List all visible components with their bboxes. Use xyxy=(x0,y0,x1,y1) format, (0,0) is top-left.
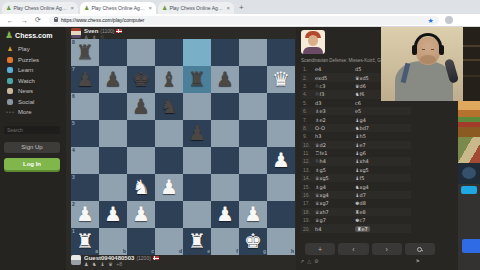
move-number: 7. xyxy=(303,117,315,123)
square-f7[interactable]: ♟ xyxy=(211,66,239,93)
headphone-cup xyxy=(439,45,444,55)
sidebar-item-social[interactable]: Social xyxy=(0,97,66,108)
white-move[interactable]: h4 xyxy=(315,226,355,232)
white-pawn[interactable]: ♟ xyxy=(211,201,239,228)
square-h4[interactable]: ♟ xyxy=(267,147,295,174)
black-rook[interactable]: ♜ xyxy=(183,66,211,93)
tab-close-icon[interactable]: × xyxy=(148,5,152,11)
rank-label: 3 xyxy=(72,175,75,180)
search-input[interactable] xyxy=(4,126,60,134)
move-row-17: 17.♕xg7♚d8 xyxy=(301,199,411,207)
file-label: d xyxy=(179,249,182,254)
black-move[interactable]: e5 xyxy=(355,108,401,114)
sidebar-nav: ♟ Play Puzzles Learn Watch News Socia xyxy=(0,44,66,118)
square-g1[interactable]: g♚ xyxy=(239,228,267,255)
black-move[interactable]: ♞xg4 xyxy=(355,184,401,190)
opening-name: Scandinavian Defense: Mieses-Kotrč, Gubi… xyxy=(301,58,387,63)
black-move[interactable]: ♝g6 xyxy=(355,150,401,156)
square-g3[interactable] xyxy=(239,174,267,201)
square-a7[interactable]: 7♟ xyxy=(71,66,99,93)
square-b3[interactable] xyxy=(99,174,127,201)
square-a3[interactable]: 3 xyxy=(71,174,99,201)
square-f3[interactable] xyxy=(211,174,239,201)
move-row-13: 13.♗g5♝xg5 xyxy=(301,166,411,174)
square-b6[interactable] xyxy=(99,93,127,120)
move-row-18: 18.♕xh7♜e8 xyxy=(301,208,411,216)
white-move[interactable]: ♕xh7 xyxy=(315,209,355,215)
panel-footer: ↗ △ ⚙ ⚑ xyxy=(300,258,450,264)
chesscom-logo[interactable]: ♟ Chess.com xyxy=(0,27,66,40)
white-pawn[interactable]: ♟ xyxy=(127,201,155,228)
white-pawn[interactable]: ♟ xyxy=(71,201,99,228)
black-move[interactable]: ♚d8 xyxy=(355,200,401,206)
chesscom-sidebar: ♟ Chess.com ♟ Play Puzzles Learn Watch xyxy=(0,27,66,270)
move-forward-button[interactable]: › xyxy=(372,243,402,255)
logo-pawn-icon: ♟ xyxy=(5,31,13,40)
rank-label: 4 xyxy=(72,148,75,153)
bowl-ad-image[interactable] xyxy=(458,163,480,184)
square-e1[interactable]: e♜ xyxy=(183,228,211,255)
move-number: 11. xyxy=(303,150,315,156)
file-label: b xyxy=(123,249,126,254)
forward-icon[interactable]: → xyxy=(21,17,28,24)
move-number: 17. xyxy=(303,200,315,206)
streamer-beard xyxy=(420,55,436,64)
white-queen[interactable]: ♛ xyxy=(267,66,295,93)
square-d3[interactable]: ♟ xyxy=(155,174,183,201)
square-g5[interactable] xyxy=(239,120,267,147)
white-move[interactable]: ♗e3 xyxy=(315,108,355,114)
move-row-11: 11.♖fe1♝g6 xyxy=(301,149,411,157)
ellipsis-icon: ••• xyxy=(7,109,13,115)
black-pawn[interactable]: ♟ xyxy=(127,93,155,120)
square-b7[interactable]: ♟ xyxy=(99,66,127,93)
square-c8[interactable] xyxy=(127,39,155,66)
url-field[interactable]: https://www.chess.com/play/computer ★ xyxy=(49,16,439,25)
square-b2[interactable]: ♟ xyxy=(99,201,127,228)
square-g7[interactable] xyxy=(239,66,267,93)
streamer-eye xyxy=(431,49,434,50)
move-row-10: 10.♕d2♝e7 xyxy=(301,141,411,149)
puzzle-icon xyxy=(7,57,13,63)
white-king[interactable]: ♚ xyxy=(239,228,267,255)
sidebar-item-watch[interactable]: Watch xyxy=(0,76,66,87)
move-number: 19. xyxy=(303,217,315,223)
player-rating: (1200) xyxy=(136,255,150,261)
sidebar-item-more[interactable]: ••• More xyxy=(0,107,66,118)
browser-tab-2-active[interactable]: ♟ Play Chess Online Against th... × xyxy=(80,2,156,14)
headphone-cup xyxy=(412,45,417,55)
black-pawn[interactable]: ♟ xyxy=(71,66,99,93)
square-g8[interactable] xyxy=(239,39,267,66)
black-pawn[interactable]: ♟ xyxy=(99,66,127,93)
white-rook[interactable]: ♜ xyxy=(71,228,99,255)
salad-ad-image[interactable] xyxy=(458,137,480,163)
white-move[interactable]: ♕g7 xyxy=(315,217,355,223)
white-move[interactable]: ♗g4 xyxy=(315,184,355,190)
browser-tab-3[interactable]: ♟ Play Chess Online Against th... × xyxy=(158,2,234,14)
webcam-overlay xyxy=(381,27,480,101)
square-b5[interactable] xyxy=(99,120,127,147)
magnifier-icon xyxy=(417,247,422,252)
white-move[interactable]: ♘h4 xyxy=(315,158,355,164)
burger-ad-image[interactable] xyxy=(458,101,480,137)
tab-close-icon[interactable]: × xyxy=(226,5,230,11)
share-icon[interactable]: ↗ xyxy=(300,258,304,264)
square-a4[interactable]: 4 xyxy=(71,147,99,174)
newspaper-icon xyxy=(7,88,13,94)
square-h2[interactable] xyxy=(267,201,295,228)
move-number: 13. xyxy=(303,167,315,173)
square-c6[interactable]: ♟ xyxy=(127,93,155,120)
move-number: 1. xyxy=(303,66,315,72)
game-area: Sven (1100) ♙ ♗ ♘ 8♜7♟♟♚♝♜♟♛6♟♞5♟4♟3♞♟2♟… xyxy=(66,27,296,270)
binoculars-icon xyxy=(7,78,13,84)
square-f6[interactable] xyxy=(211,93,239,120)
square-a2[interactable]: 2♟ xyxy=(71,201,99,228)
new-tab-button[interactable]: + xyxy=(239,3,244,12)
report-icon[interactable]: △ xyxy=(307,258,311,264)
player-avatar[interactable] xyxy=(71,255,81,265)
flag-icon xyxy=(116,29,122,33)
move-row-8: 8.O-O♞bd7 xyxy=(301,124,411,132)
black-move[interactable]: ♝f5 xyxy=(355,175,401,181)
move-row-16: 16.♕xg4♝d7 xyxy=(301,191,411,199)
black-move[interactable]: ♝g4 xyxy=(355,117,401,123)
player-bar: Guest0940480503 (1200) ♟ ♞ ♝ ♛ +8 xyxy=(71,255,159,267)
square-e4[interactable] xyxy=(183,147,211,174)
streamer-eye xyxy=(422,49,425,50)
square-d6[interactable]: ♞ xyxy=(155,93,183,120)
bot-avatar-shirt xyxy=(303,47,323,54)
square-a8[interactable]: 8♜ xyxy=(71,39,99,66)
settings-gear-icon[interactable]: ⚙ xyxy=(314,258,318,264)
file-label: f xyxy=(236,249,238,254)
chess-board: 8♜7♟♟♚♝♜♟♛6♟♞5♟4♟3♞♟2♟♟♟♟♟1a♜bcde♜fg♚h xyxy=(71,39,295,255)
square-g6[interactable] xyxy=(239,93,267,120)
square-e5[interactable]: ♟ xyxy=(183,120,211,147)
move-number: 2. xyxy=(303,75,315,81)
log-in-button[interactable]: Log In xyxy=(4,158,60,170)
chesscom-favicon: ♟ xyxy=(6,5,11,11)
bot-avatar[interactable] xyxy=(301,30,325,54)
tab-title: Play Chess Online Against th... xyxy=(169,5,224,11)
square-h3[interactable] xyxy=(267,174,295,201)
move-number: 6. xyxy=(303,108,315,114)
square-f1[interactable]: f xyxy=(211,228,239,255)
white-move[interactable]: h3 xyxy=(315,133,355,139)
square-a6[interactable]: 6 xyxy=(71,93,99,120)
white-knight[interactable]: ♞ xyxy=(127,174,155,201)
square-h6[interactable] xyxy=(267,93,295,120)
chesscom-favicon: ♟ xyxy=(162,5,167,11)
rank-label: 5 xyxy=(72,121,75,126)
move-number: 9. xyxy=(303,133,315,139)
square-b4[interactable] xyxy=(99,147,127,174)
move-number: 12. xyxy=(303,158,315,164)
black-pawn[interactable]: ♟ xyxy=(183,120,211,147)
white-move[interactable]: ♕d2 xyxy=(315,142,355,148)
ad-cta-button[interactable] xyxy=(461,186,477,194)
move-number: 5. xyxy=(303,100,315,106)
move-row-6: 6.♗e3e5 xyxy=(301,107,411,115)
black-rook[interactable]: ♜ xyxy=(71,39,99,66)
play-pawn-icon: ♟ xyxy=(7,46,13,52)
black-knight[interactable]: ♞ xyxy=(155,93,183,120)
bookmark-star-icon[interactable]: ★ xyxy=(428,17,434,24)
analysis-button[interactable] xyxy=(405,243,435,255)
add-button[interactable]: + xyxy=(305,243,335,255)
square-d2[interactable] xyxy=(155,201,183,228)
rank-label: 6 xyxy=(72,94,75,99)
square-e8[interactable] xyxy=(183,39,211,66)
black-move[interactable]: ♜e8 xyxy=(355,209,401,215)
move-number: 3. xyxy=(303,83,315,89)
move-row-12: 12.♘h4♝xh4 xyxy=(301,157,411,165)
square-e2[interactable] xyxy=(183,201,211,228)
shelf-background xyxy=(463,27,480,101)
padlock-icon xyxy=(54,19,58,22)
square-b8[interactable] xyxy=(99,39,127,66)
black-move[interactable]: ♝xh4 xyxy=(355,158,401,164)
white-move[interactable]: exd5 xyxy=(315,75,355,81)
url-text: https://www.chess.com/play/computer xyxy=(61,17,145,23)
move-number: 14. xyxy=(303,175,315,181)
square-h7[interactable]: ♛ xyxy=(267,66,295,93)
square-d5[interactable] xyxy=(155,120,183,147)
square-f5[interactable] xyxy=(211,120,239,147)
white-move[interactable]: ♕xg5 xyxy=(315,175,355,181)
white-move[interactable]: ♗g5 xyxy=(315,167,355,173)
ad-blue-banner[interactable] xyxy=(462,239,480,253)
square-c4[interactable] xyxy=(127,147,155,174)
profile-icon[interactable] xyxy=(445,16,453,24)
headphones-icon xyxy=(414,33,442,47)
file-label: c xyxy=(151,249,154,254)
browser-window: ♟ Play Chess Online Against th... × ♟ Pl… xyxy=(0,0,480,270)
white-move[interactable]: O-O xyxy=(315,125,355,131)
white-pawn[interactable]: ♟ xyxy=(239,201,267,228)
move-row-19: 19.♕g7♚c7 xyxy=(301,216,411,224)
square-g2[interactable]: ♟ xyxy=(239,201,267,228)
square-c3[interactable]: ♞ xyxy=(127,174,155,201)
white-move[interactable]: ♘c3 xyxy=(315,83,355,89)
square-h5[interactable] xyxy=(267,120,295,147)
reload-icon[interactable]: ⟳ xyxy=(35,16,41,24)
black-move[interactable]: ♝e7 xyxy=(355,142,401,148)
move-number: 4. xyxy=(303,91,315,97)
white-pawn[interactable]: ♟ xyxy=(155,174,183,201)
white-move[interactable]: ♕xg7 xyxy=(315,200,355,206)
material-score: +8 xyxy=(116,261,122,267)
square-d1[interactable]: d xyxy=(155,228,183,255)
square-c7[interactable]: ♚ xyxy=(127,66,155,93)
move-number: 8. xyxy=(303,125,315,131)
tab-title: Play Chess Online Against th... xyxy=(13,5,68,11)
square-b1[interactable]: b xyxy=(99,228,127,255)
tab-title: Play Chess Online Against th... xyxy=(91,5,146,11)
sidebar-item-news[interactable]: News xyxy=(0,86,66,97)
black-king[interactable]: ♚ xyxy=(127,66,155,93)
white-pawn[interactable]: ♟ xyxy=(267,147,295,174)
move-number: 18. xyxy=(303,209,315,215)
flag-icon xyxy=(153,256,159,260)
black-move[interactable]: ♝xg5 xyxy=(355,167,401,173)
square-f8[interactable] xyxy=(211,39,239,66)
back-icon[interactable]: ← xyxy=(7,17,14,24)
file-label: h xyxy=(291,249,294,254)
square-f2[interactable]: ♟ xyxy=(211,201,239,228)
sign-up-button[interactable]: Sign Up xyxy=(4,142,60,153)
square-d8[interactable] xyxy=(155,39,183,66)
square-e3[interactable] xyxy=(183,174,211,201)
browser-tab-bar: ♟ Play Chess Online Against th... × ♟ Pl… xyxy=(0,0,480,14)
move-number: 16. xyxy=(303,192,315,198)
resign-flag-icon[interactable]: ⚑ xyxy=(416,258,420,264)
square-d4[interactable] xyxy=(155,147,183,174)
tab-close-icon[interactable]: × xyxy=(70,5,74,11)
move-number: 15. xyxy=(303,184,315,190)
sidebar-item-learn[interactable]: Learn xyxy=(0,65,66,76)
bot-avatar-face xyxy=(308,35,318,46)
move-back-button[interactable]: ‹ xyxy=(338,243,368,255)
move-number: 20. xyxy=(303,226,315,232)
black-move[interactable]: ♝d7 xyxy=(355,192,401,198)
square-a1[interactable]: 1a♜ xyxy=(71,228,99,255)
square-e6[interactable] xyxy=(183,93,211,120)
square-g4[interactable] xyxy=(239,147,267,174)
white-move[interactable]: ♕xg4 xyxy=(315,192,355,198)
opponent-avatar[interactable] xyxy=(71,28,81,38)
move-row-14: 14.♕xg5♝f5 xyxy=(301,174,411,182)
square-a5[interactable]: 5 xyxy=(71,120,99,147)
square-h1[interactable]: h xyxy=(267,228,295,255)
browser-tab-1[interactable]: ♟ Play Chess Online Against th... × xyxy=(2,2,78,14)
black-bishop[interactable]: ♝ xyxy=(155,66,183,93)
square-f4[interactable] xyxy=(211,147,239,174)
learn-icon xyxy=(7,67,13,73)
black-move[interactable]: ♞bd7 xyxy=(355,125,401,131)
white-rook[interactable]: ♜ xyxy=(183,228,211,255)
black-pawn[interactable]: ♟ xyxy=(211,66,239,93)
sidebar-item-play[interactable]: ♟ Play xyxy=(0,44,66,55)
white-move[interactable]: ♘f3 xyxy=(315,91,355,97)
square-h8[interactable] xyxy=(267,39,295,66)
black-move[interactable]: ♚c7 xyxy=(355,217,401,223)
chesscom-favicon: ♟ xyxy=(84,5,89,11)
people-icon xyxy=(7,99,13,105)
square-c5[interactable] xyxy=(127,120,155,147)
white-move[interactable]: ♖fe1 xyxy=(315,150,355,156)
white-move[interactable]: e4 xyxy=(315,66,355,72)
black-move[interactable]: ♝h5 xyxy=(355,133,401,139)
move-row-7: 7.♗e2♝g4 xyxy=(301,115,411,123)
square-c1[interactable]: c xyxy=(127,228,155,255)
game-controls: + ‹ › xyxy=(305,243,435,255)
square-e7[interactable]: ♜ xyxy=(183,66,211,93)
move-row-15: 15.♗g4♞xg4 xyxy=(301,182,411,190)
move-row-20: 20.h4♜e7 xyxy=(301,224,411,232)
black-move-current[interactable]: ♜e7 xyxy=(355,226,370,232)
move-number: 10. xyxy=(303,142,315,148)
square-d7[interactable]: ♝ xyxy=(155,66,183,93)
white-pawn[interactable]: ♟ xyxy=(99,201,127,228)
white-move[interactable]: ♗e2 xyxy=(315,117,355,123)
sidebar-item-puzzles[interactable]: Puzzles xyxy=(0,55,66,66)
logo-text: Chess.com xyxy=(15,32,52,39)
browser-address-bar: ← → ⟳ https://www.chess.com/play/compute… xyxy=(0,14,480,27)
player-captured-pieces: ♟ ♞ ♝ ♛ +8 xyxy=(84,261,159,267)
square-c2[interactable]: ♟ xyxy=(127,201,155,228)
move-row-9: 9.h3♝h5 xyxy=(301,132,411,140)
white-move[interactable]: d3 xyxy=(315,100,355,106)
